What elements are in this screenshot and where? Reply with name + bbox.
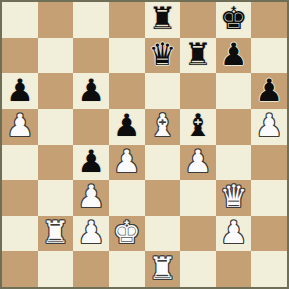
piece-white-rook: ♜ (42, 217, 70, 248)
piece-black-bishop: ♝ (184, 110, 212, 141)
square-c4[interactable]: ♟ (73, 145, 109, 181)
piece-white-pawn: ♟ (77, 217, 105, 248)
square-a8[interactable] (2, 2, 38, 38)
square-f7[interactable]: ♜ (180, 38, 216, 74)
square-a5[interactable]: ♟ (2, 109, 38, 145)
piece-white-pawn: ♟ (6, 110, 34, 141)
square-h4[interactable] (251, 145, 287, 181)
square-h5[interactable]: ♟ (251, 109, 287, 145)
square-h8[interactable] (251, 2, 287, 38)
piece-black-pawn: ♟ (6, 75, 34, 106)
square-f3[interactable] (180, 180, 216, 216)
piece-white-pawn: ♟ (113, 146, 141, 177)
piece-black-pawn: ♟ (255, 75, 283, 106)
square-h7[interactable] (251, 38, 287, 74)
square-h6[interactable]: ♟ (251, 73, 287, 109)
piece-white-pawn: ♟ (77, 181, 105, 212)
square-b1[interactable] (38, 251, 74, 287)
square-g5[interactable] (216, 109, 252, 145)
piece-white-rook: ♜ (148, 253, 176, 284)
square-g6[interactable] (216, 73, 252, 109)
square-b3[interactable] (38, 180, 74, 216)
square-a4[interactable] (2, 145, 38, 181)
square-a7[interactable] (2, 38, 38, 74)
square-d5[interactable]: ♟ (109, 109, 145, 145)
square-g2[interactable]: ♟ (216, 216, 252, 252)
square-e4[interactable] (145, 145, 181, 181)
piece-black-pawn: ♟ (77, 75, 105, 106)
square-c8[interactable] (73, 2, 109, 38)
square-a1[interactable] (2, 251, 38, 287)
square-d8[interactable] (109, 2, 145, 38)
piece-black-queen: ♛ (148, 39, 176, 70)
square-e3[interactable] (145, 180, 181, 216)
square-c7[interactable] (73, 38, 109, 74)
square-h3[interactable] (251, 180, 287, 216)
square-d1[interactable] (109, 251, 145, 287)
square-f6[interactable] (180, 73, 216, 109)
square-c3[interactable]: ♟ (73, 180, 109, 216)
square-d6[interactable] (109, 73, 145, 109)
square-g4[interactable] (216, 145, 252, 181)
chess-board: ♜♚♛♜♟♟♟♟♟♟♝♝♟♟♟♟♟♛♜♟♚♟♜ (0, 0, 289, 289)
piece-black-rook: ♜ (148, 3, 176, 34)
square-b4[interactable] (38, 145, 74, 181)
square-e8[interactable]: ♜ (145, 2, 181, 38)
square-b8[interactable] (38, 2, 74, 38)
square-h1[interactable] (251, 251, 287, 287)
square-e5[interactable]: ♝ (145, 109, 181, 145)
piece-black-pawn: ♟ (220, 39, 248, 70)
piece-white-bishop: ♝ (148, 110, 176, 141)
piece-white-queen: ♛ (220, 181, 248, 212)
piece-white-pawn: ♟ (255, 110, 283, 141)
square-f5[interactable]: ♝ (180, 109, 216, 145)
square-f4[interactable]: ♟ (180, 145, 216, 181)
square-c1[interactable] (73, 251, 109, 287)
square-b5[interactable] (38, 109, 74, 145)
piece-black-king: ♚ (220, 3, 248, 34)
square-d3[interactable] (109, 180, 145, 216)
square-d2[interactable]: ♚ (109, 216, 145, 252)
piece-black-pawn: ♟ (77, 146, 105, 177)
square-d4[interactable]: ♟ (109, 145, 145, 181)
square-a2[interactable] (2, 216, 38, 252)
square-c5[interactable] (73, 109, 109, 145)
piece-black-pawn: ♟ (113, 110, 141, 141)
square-a6[interactable]: ♟ (2, 73, 38, 109)
piece-white-pawn: ♟ (220, 217, 248, 248)
square-e6[interactable] (145, 73, 181, 109)
square-c2[interactable]: ♟ (73, 216, 109, 252)
square-b2[interactable]: ♜ (38, 216, 74, 252)
piece-white-king: ♚ (113, 217, 141, 248)
square-c6[interactable]: ♟ (73, 73, 109, 109)
square-h2[interactable] (251, 216, 287, 252)
square-f8[interactable] (180, 2, 216, 38)
square-f2[interactable] (180, 216, 216, 252)
square-e1[interactable]: ♜ (145, 251, 181, 287)
square-b6[interactable] (38, 73, 74, 109)
square-e2[interactable] (145, 216, 181, 252)
square-b7[interactable] (38, 38, 74, 74)
square-g7[interactable]: ♟ (216, 38, 252, 74)
square-e7[interactable]: ♛ (145, 38, 181, 74)
square-f1[interactable] (180, 251, 216, 287)
piece-black-rook: ♜ (184, 39, 212, 70)
square-d7[interactable] (109, 38, 145, 74)
square-g8[interactable]: ♚ (216, 2, 252, 38)
square-a3[interactable] (2, 180, 38, 216)
square-g3[interactable]: ♛ (216, 180, 252, 216)
square-g1[interactable] (216, 251, 252, 287)
piece-white-pawn: ♟ (184, 146, 212, 177)
